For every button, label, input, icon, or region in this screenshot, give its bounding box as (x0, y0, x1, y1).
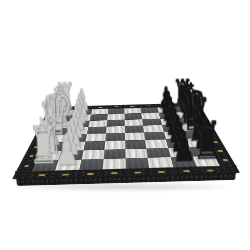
coordinate-mark (87, 173, 93, 175)
coordinate-mark (39, 174, 46, 176)
board-grid: ♜♟♟♜♞♟♟♞♝♟♟♝♚♟♟♚♛♟♟♛♝♟♟♝♞♟♟♞♜♟♟♜ (32, 107, 220, 172)
coordinate-mark (111, 172, 117, 174)
board-square (125, 148, 147, 158)
coordinate-mark (98, 107, 102, 108)
coordinate-mark (130, 106, 134, 107)
product-photo: ♜♟♟♜♞♟♟♞♝♟♟♝♚♟♟♚♛♟♟♛♝♟♟♝♞♟♟♞♜♟♟♜ (0, 0, 250, 250)
board-square (103, 149, 125, 159)
coordinate-mark (159, 171, 166, 173)
piece-black-rook: ♜ (192, 115, 223, 167)
board-square (143, 125, 163, 132)
coordinate-mark (206, 169, 213, 171)
coordinate-mark (114, 106, 118, 107)
piece-white-pawn: ♟ (54, 129, 79, 171)
coordinate-mark (146, 105, 150, 106)
board-scene: ♜♟♟♜♞♟♟♞♝♟♟♝♚♟♟♚♛♟♟♛♝♟♟♝♞♟♟♞♜♟♟♜ (0, 0, 250, 250)
coordinate-mark (223, 159, 228, 161)
board-square: ♜ (192, 156, 219, 167)
coordinate-mark (135, 171, 141, 173)
board-square (106, 126, 125, 134)
coordinate-mark (183, 170, 190, 172)
chess-board: ♜♟♟♜♞♟♟♞♝♟♟♝♚♟♟♚♛♟♟♛♝♟♟♝♞♟♟♞♜♟♟♜ (12, 103, 240, 180)
coordinate-mark (63, 173, 70, 175)
board-square: ♟ (55, 160, 81, 171)
board-square (81, 150, 104, 160)
